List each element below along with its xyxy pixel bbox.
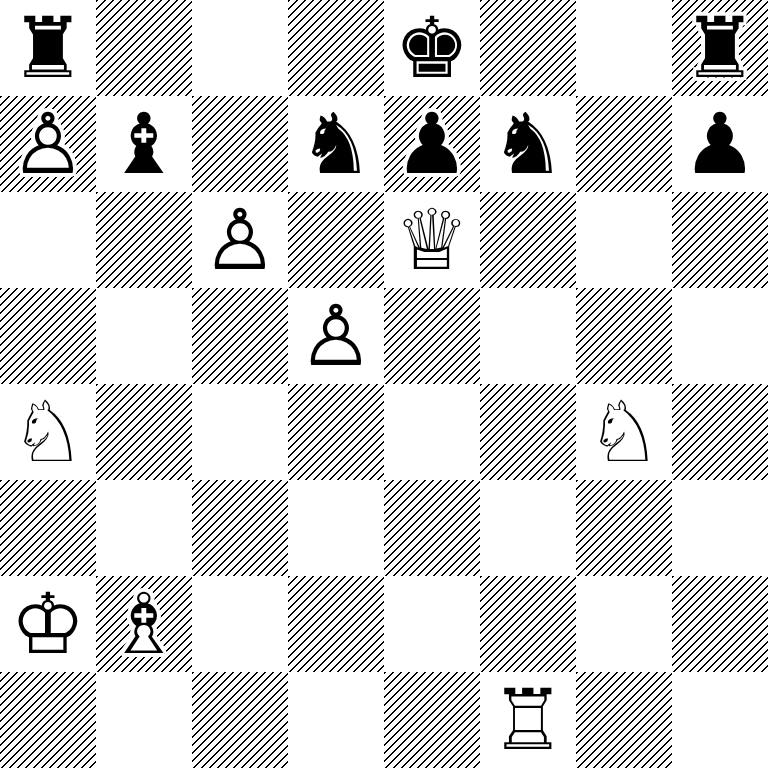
square-g2[interactable]	[576, 576, 672, 672]
piece-black-king[interactable]: ♚♚	[384, 0, 480, 96]
black-bishop-icon: ♝	[96, 96, 192, 192]
square-g7[interactable]	[576, 96, 672, 192]
square-h1[interactable]	[672, 672, 768, 768]
square-e6[interactable]: ♛♕	[384, 192, 480, 288]
square-e8[interactable]: ♚♚	[384, 0, 480, 96]
piece-black-bishop[interactable]: ♝♝	[96, 96, 192, 192]
square-h4[interactable]	[672, 384, 768, 480]
square-a6[interactable]	[0, 192, 96, 288]
square-g4[interactable]: ♞♘	[576, 384, 672, 480]
square-c2[interactable]	[192, 576, 288, 672]
piece-white-pawn[interactable]: ♟♙	[288, 288, 384, 384]
square-g8[interactable]	[576, 0, 672, 96]
square-c4[interactable]	[192, 384, 288, 480]
square-d4[interactable]	[288, 384, 384, 480]
piece-black-knight[interactable]: ♞♞	[480, 96, 576, 192]
piece-white-bishop[interactable]: ♝♗	[96, 576, 192, 672]
white-pawn-icon: ♙	[0, 96, 96, 192]
square-a2[interactable]: ♚♔	[0, 576, 96, 672]
square-b2[interactable]: ♝♗	[96, 576, 192, 672]
square-d1[interactable]	[288, 672, 384, 768]
square-a5[interactable]	[0, 288, 96, 384]
square-g6[interactable]	[576, 192, 672, 288]
black-pawn-icon: ♟	[384, 96, 480, 192]
square-h8[interactable]: ♜♜	[672, 0, 768, 96]
white-bishop-icon: ♗	[96, 576, 192, 672]
piece-white-queen[interactable]: ♛♕	[384, 192, 480, 288]
square-c3[interactable]	[192, 480, 288, 576]
white-knight-icon: ♘	[576, 384, 672, 480]
square-c5[interactable]	[192, 288, 288, 384]
square-d5[interactable]: ♟♙	[288, 288, 384, 384]
square-h6[interactable]	[672, 192, 768, 288]
square-a8[interactable]: ♜♜	[0, 0, 96, 96]
square-g3[interactable]	[576, 480, 672, 576]
square-b7[interactable]: ♝♝	[96, 96, 192, 192]
square-a4[interactable]: ♞♘	[0, 384, 96, 480]
piece-white-knight[interactable]: ♞♘	[576, 384, 672, 480]
square-e5[interactable]	[384, 288, 480, 384]
square-d3[interactable]	[288, 480, 384, 576]
square-a7[interactable]: ♟♙	[0, 96, 96, 192]
piece-black-rook[interactable]: ♜♜	[672, 0, 768, 96]
square-b8[interactable]	[96, 0, 192, 96]
white-knight-icon: ♘	[0, 384, 96, 480]
square-f5[interactable]	[480, 288, 576, 384]
square-e4[interactable]	[384, 384, 480, 480]
square-b1[interactable]	[96, 672, 192, 768]
square-g5[interactable]	[576, 288, 672, 384]
square-c7[interactable]	[192, 96, 288, 192]
square-g1[interactable]	[576, 672, 672, 768]
white-pawn-icon: ♙	[192, 192, 288, 288]
square-a1[interactable]	[0, 672, 96, 768]
piece-white-pawn[interactable]: ♟♙	[0, 96, 96, 192]
square-c6[interactable]: ♟♙	[192, 192, 288, 288]
square-f2[interactable]	[480, 576, 576, 672]
square-d6[interactable]	[288, 192, 384, 288]
white-king-icon: ♔	[0, 576, 96, 672]
white-queen-icon: ♕	[384, 192, 480, 288]
black-knight-icon: ♞	[288, 96, 384, 192]
piece-black-knight[interactable]: ♞♞	[288, 96, 384, 192]
chess-board: ♜♜♚♚♜♜♟♙♝♝♞♞♟♟♞♞♟♟♟♙♛♕♟♙♞♘♞♘♚♔♝♗♜♖	[0, 0, 768, 768]
square-h2[interactable]	[672, 576, 768, 672]
square-b4[interactable]	[96, 384, 192, 480]
piece-white-rook[interactable]: ♜♖	[480, 672, 576, 768]
square-f4[interactable]	[480, 384, 576, 480]
square-a3[interactable]	[0, 480, 96, 576]
square-h7[interactable]: ♟♟	[672, 96, 768, 192]
white-pawn-icon: ♙	[288, 288, 384, 384]
square-f1[interactable]: ♜♖	[480, 672, 576, 768]
piece-black-rook[interactable]: ♜♜	[0, 0, 96, 96]
square-b3[interactable]	[96, 480, 192, 576]
square-c8[interactable]	[192, 0, 288, 96]
black-rook-icon: ♜	[0, 0, 96, 96]
square-f8[interactable]	[480, 0, 576, 96]
white-rook-icon: ♖	[480, 672, 576, 768]
square-h3[interactable]	[672, 480, 768, 576]
square-e1[interactable]	[384, 672, 480, 768]
square-e7[interactable]: ♟♟	[384, 96, 480, 192]
piece-white-knight[interactable]: ♞♘	[0, 384, 96, 480]
square-f7[interactable]: ♞♞	[480, 96, 576, 192]
piece-white-pawn[interactable]: ♟♙	[192, 192, 288, 288]
square-f3[interactable]	[480, 480, 576, 576]
square-d8[interactable]	[288, 0, 384, 96]
black-pawn-icon: ♟	[672, 96, 768, 192]
square-e3[interactable]	[384, 480, 480, 576]
square-d7[interactable]: ♞♞	[288, 96, 384, 192]
piece-black-pawn[interactable]: ♟♟	[672, 96, 768, 192]
piece-black-pawn[interactable]: ♟♟	[384, 96, 480, 192]
square-h5[interactable]	[672, 288, 768, 384]
black-king-icon: ♚	[384, 0, 480, 96]
square-e2[interactable]	[384, 576, 480, 672]
square-b5[interactable]	[96, 288, 192, 384]
square-c1[interactable]	[192, 672, 288, 768]
square-d2[interactable]	[288, 576, 384, 672]
black-rook-icon: ♜	[672, 0, 768, 96]
piece-white-king[interactable]: ♚♔	[0, 576, 96, 672]
black-knight-icon: ♞	[480, 96, 576, 192]
square-f6[interactable]	[480, 192, 576, 288]
square-b6[interactable]	[96, 192, 192, 288]
